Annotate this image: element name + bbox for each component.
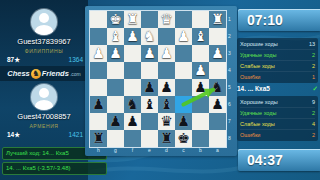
square-f1[interactable]: ♜ xyxy=(124,11,141,28)
played-move-line: 14. ... Кxa5 (-3.57/-3.48) xyxy=(2,162,107,175)
piece-bP-f7[interactable]: ♟ xyxy=(124,113,141,130)
piece-wK-g1[interactable]: ♚ xyxy=(107,11,124,28)
piece-bK-c8[interactable]: ♚ xyxy=(175,130,192,147)
square-f4[interactable] xyxy=(124,62,141,79)
person-icon xyxy=(35,100,53,110)
square-e8[interactable] xyxy=(141,130,158,147)
square-b6[interactable] xyxy=(192,96,209,113)
file-label: c xyxy=(175,147,192,154)
file-label: h xyxy=(90,147,107,154)
player-top-meta: 87★ 1364 xyxy=(7,56,83,64)
square-f7[interactable]: ♟ xyxy=(124,113,141,130)
stat-label: Удачные ходы xyxy=(240,108,276,118)
square-c7[interactable]: ♟ xyxy=(175,113,192,130)
avatar-player-bottom[interactable] xyxy=(31,84,57,110)
stat-row: Ошибки 1 xyxy=(240,72,315,82)
square-c6[interactable] xyxy=(175,96,192,113)
piece-bP-c7[interactable]: ♟ xyxy=(175,113,192,130)
square-b5[interactable]: ♟ xyxy=(192,79,209,96)
square-g7[interactable]: ♟ xyxy=(107,113,124,130)
piece-bB-e6[interactable]: ♝ xyxy=(141,96,158,113)
person-icon xyxy=(35,25,53,35)
square-h6[interactable]: ♟ xyxy=(90,96,107,113)
piece-bP-e5[interactable]: ♟ xyxy=(141,79,158,96)
square-c2[interactable]: ♟ xyxy=(175,28,192,45)
square-d6[interactable]: ♝ xyxy=(158,96,175,113)
stat-label: Слабые ходы xyxy=(240,119,275,129)
piece-wQ-d1[interactable]: ♛ xyxy=(158,11,175,28)
square-f2[interactable]: ♟ xyxy=(124,28,141,45)
square-c1[interactable] xyxy=(175,11,192,28)
chess-board[interactable]: ♚♜♛♜♝♟♞♟♝♟♟♟♟♟♟♟♟♟♞♟♞♝♝♟♟♟♛♟♜♜♚ xyxy=(90,11,226,147)
file-label: e xyxy=(141,147,158,154)
stat-row: Ошибки 2 xyxy=(240,130,315,140)
square-c5[interactable] xyxy=(175,79,192,96)
square-h2[interactable] xyxy=(90,28,107,45)
piece-wR-f1[interactable]: ♜ xyxy=(124,11,141,28)
square-a5[interactable]: ♞ xyxy=(209,79,226,96)
square-e7[interactable] xyxy=(141,113,158,130)
square-a4[interactable] xyxy=(209,62,226,79)
square-d1[interactable]: ♛ xyxy=(158,11,175,28)
square-h5[interactable] xyxy=(90,79,107,96)
current-move-header: 14. ... Кxa5 ✓ xyxy=(237,84,318,94)
square-c3[interactable] xyxy=(175,45,192,62)
square-g1[interactable]: ♚ xyxy=(107,11,124,28)
square-b4[interactable]: ♟ xyxy=(192,62,209,79)
rank-label: 8 xyxy=(228,130,236,147)
piece-wP-a3[interactable]: ♟ xyxy=(209,45,226,62)
rank-label: 4 xyxy=(228,62,236,79)
square-d8[interactable]: ♜ xyxy=(158,130,175,147)
board-wrap: ♚♜♛♜♝♟♞♟♝♟♟♟♟♟♟♟♟♟♞♟♞♝♝♟♟♟♛♟♜♜♚ xyxy=(90,11,226,147)
square-f5[interactable] xyxy=(124,79,141,96)
file-label: d xyxy=(158,147,175,154)
square-h4[interactable] xyxy=(90,62,107,79)
stat-row: Удачные ходы 2 xyxy=(240,50,315,61)
good-move-check-icon: ✓ xyxy=(313,84,318,94)
square-a3[interactable]: ♟ xyxy=(209,45,226,62)
avatar-player-top[interactable] xyxy=(31,9,57,35)
square-b3[interactable] xyxy=(192,45,209,62)
current-move-text: 14. ... Кxa5 xyxy=(237,84,270,94)
stat-label: Удачные ходы xyxy=(240,50,276,60)
rank-labels: 12345678 xyxy=(228,11,236,147)
square-h8[interactable]: ♜ xyxy=(90,130,107,147)
piece-wP-b4[interactable]: ♟ xyxy=(192,62,209,79)
square-g2[interactable]: ♝ xyxy=(107,28,124,45)
square-f3[interactable] xyxy=(124,45,141,62)
stat-row: Хорошие ходы 9 xyxy=(240,97,315,108)
person-icon xyxy=(39,13,49,23)
square-f8[interactable] xyxy=(124,130,141,147)
square-e4[interactable] xyxy=(141,62,158,79)
square-d2[interactable] xyxy=(158,28,175,45)
file-labels: hgfedcba xyxy=(90,147,226,154)
square-a1[interactable]: ♜ xyxy=(209,11,226,28)
piece-wR-a1[interactable]: ♜ xyxy=(209,11,226,28)
stat-label: Хорошие ходы xyxy=(240,39,278,49)
square-g3[interactable]: ♟ xyxy=(107,45,124,62)
square-d5[interactable]: ♟ xyxy=(158,79,175,96)
stat-value: 9 xyxy=(312,97,315,107)
player-top-rating: 1364 xyxy=(69,56,83,64)
stat-value: 13 xyxy=(309,39,315,49)
stat-row: Хорошие ходы 13 xyxy=(240,39,315,50)
logo-text-right: Friends xyxy=(42,69,69,78)
stat-label: Слабые ходы xyxy=(240,61,275,71)
square-h7[interactable] xyxy=(90,113,107,130)
rank-label: 7 xyxy=(228,113,236,130)
piece-bB-d6[interactable]: ♝ xyxy=(158,96,175,113)
piece-bR-d8[interactable]: ♜ xyxy=(158,130,175,147)
player-bottom-stars: 14★ xyxy=(7,131,20,139)
stat-value: 2 xyxy=(312,108,315,118)
square-e5[interactable]: ♟ xyxy=(141,79,158,96)
piece-bR-h8[interactable]: ♜ xyxy=(90,130,107,147)
clock-black: 04:37 xyxy=(238,149,320,171)
piece-wP-g3[interactable]: ♟ xyxy=(107,45,124,62)
square-e6[interactable]: ♝ xyxy=(141,96,158,113)
piece-wP-e3[interactable]: ♟ xyxy=(141,45,158,62)
move-stats-bottom: Хорошие ходы 9 Удачные ходы 2 Слабые ход… xyxy=(237,96,318,141)
stat-value: 2 xyxy=(312,50,315,60)
square-b8[interactable] xyxy=(192,130,209,147)
clock-white: 07:10 xyxy=(238,9,320,31)
player-bottom-name: Guest47008857 xyxy=(0,112,88,121)
square-e2[interactable]: ♞ xyxy=(141,28,158,45)
piece-wB-b2[interactable]: ♝ xyxy=(192,28,209,45)
person-icon xyxy=(39,88,49,98)
rank-label: 1 xyxy=(228,11,236,28)
piece-bN-f6[interactable]: ♞ xyxy=(124,96,141,113)
square-d3[interactable]: ♟ xyxy=(158,45,175,62)
knight-logo-icon: ♞ xyxy=(31,69,41,79)
stat-row: Слабые ходы 4 xyxy=(240,119,315,130)
rank-label: 6 xyxy=(228,96,236,113)
stat-row: Слабые ходы 2 xyxy=(240,61,315,72)
square-a2[interactable] xyxy=(209,28,226,45)
piece-bP-g7[interactable]: ♟ xyxy=(107,113,124,130)
file-label: a xyxy=(209,147,226,154)
square-g4[interactable] xyxy=(107,62,124,79)
rank-label: 2 xyxy=(228,28,236,45)
square-e3[interactable]: ♟ xyxy=(141,45,158,62)
rank-label: 3 xyxy=(228,45,236,62)
piece-wB-g2[interactable]: ♝ xyxy=(107,28,124,45)
piece-bP-h6[interactable]: ♟ xyxy=(90,96,107,113)
piece-bP-d5[interactable]: ♟ xyxy=(158,79,175,96)
stat-label: Ошибки xyxy=(240,72,260,82)
stat-label: Ошибки xyxy=(240,130,260,140)
square-g8[interactable] xyxy=(107,130,124,147)
square-h1[interactable] xyxy=(90,11,107,28)
square-d7[interactable]: ♛ xyxy=(158,113,175,130)
logo-text-left: Chess xyxy=(7,69,30,78)
square-a6[interactable]: ♟ xyxy=(209,96,226,113)
file-label: b xyxy=(192,147,209,154)
square-a7[interactable] xyxy=(209,113,226,130)
stat-value: 1 xyxy=(312,72,315,82)
file-label: g xyxy=(107,147,124,154)
stat-value: 2 xyxy=(312,130,315,140)
stat-label: Хорошие ходы xyxy=(240,97,278,107)
stat-value: 2 xyxy=(312,61,315,71)
piece-bP-b5[interactable]: ♟ xyxy=(192,79,209,96)
file-label: f xyxy=(124,147,141,154)
game-screen: Guest37839967 ФИЛИППИНЫ 87★ 1364 Chess ♞… xyxy=(0,0,320,180)
square-b7[interactable] xyxy=(192,113,209,130)
piece-wP-c2[interactable]: ♟ xyxy=(175,28,192,45)
piece-wP-h3[interactable]: ♟ xyxy=(90,45,107,62)
square-c4[interactable] xyxy=(175,62,192,79)
chessfriends-logo[interactable]: Chess ♞ Friends .com xyxy=(0,66,88,81)
player-bottom-rating: 1421 xyxy=(69,131,83,139)
piece-wP-d3[interactable]: ♟ xyxy=(158,45,175,62)
player-top-stars: 87★ xyxy=(7,56,20,64)
piece-bN-a5[interactable]: ♞ xyxy=(209,79,226,96)
player-top-country: ФИЛИППИНЫ xyxy=(0,48,88,54)
player-top-name: Guest37839967 xyxy=(0,37,88,46)
piece-wP-f2[interactable]: ♟ xyxy=(124,28,141,45)
square-g6[interactable] xyxy=(107,96,124,113)
move-stats-top: Хорошие ходы 13 Удачные ходы 2 Слабые хо… xyxy=(237,38,318,83)
piece-wN-e2[interactable]: ♞ xyxy=(141,28,158,45)
square-e1[interactable] xyxy=(141,11,158,28)
square-a8[interactable] xyxy=(209,130,226,147)
player-bottom-country: АРМЕНИЯ xyxy=(0,123,88,129)
square-b2[interactable]: ♝ xyxy=(192,28,209,45)
square-b1[interactable] xyxy=(192,11,209,28)
square-f6[interactable]: ♞ xyxy=(124,96,141,113)
square-g5[interactable] xyxy=(107,79,124,96)
stat-value: 4 xyxy=(312,119,315,129)
square-h3[interactable]: ♟ xyxy=(90,45,107,62)
piece-bQ-d7[interactable]: ♛ xyxy=(158,113,175,130)
stat-row: Удачные ходы 2 xyxy=(240,108,315,119)
square-c8[interactable]: ♚ xyxy=(175,130,192,147)
piece-bP-a6[interactable]: ♟ xyxy=(209,96,226,113)
square-d4[interactable] xyxy=(158,62,175,79)
logo-suffix: .com xyxy=(70,71,81,77)
rank-label: 5 xyxy=(228,79,236,96)
player-bottom-meta: 14★ 1421 xyxy=(7,131,83,139)
